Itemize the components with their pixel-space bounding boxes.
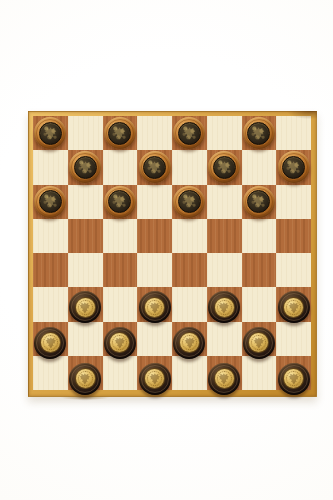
square-r3c2[interactable] (103, 219, 138, 253)
dark-piece[interactable]: ⛂ (104, 117, 136, 149)
light-piece[interactable]: ⛀ (208, 291, 240, 323)
double-eagle-emblem (78, 301, 92, 315)
square-r7c6[interactable] (242, 356, 277, 390)
gold-medallion (75, 297, 96, 318)
double-eagle-emblem (287, 372, 301, 386)
light-piece[interactable]: ⛀ (104, 327, 136, 359)
light-piece[interactable]: ⛀ (278, 363, 310, 395)
board-grid: ⛂⛂⛂⛂⛂⛂⛂⛂⛂⛂⛂⛂⛀⛀⛀⛀⛀⛀⛀⛀⛀⛀⛀⛀ (33, 116, 311, 390)
dark-piece[interactable]: ⛂ (208, 151, 240, 183)
light-piece[interactable]: ⛀ (34, 327, 66, 359)
square-r3c4[interactable] (172, 219, 207, 253)
square-r1c6[interactable] (242, 150, 277, 184)
square-r3c5-n15[interactable] (207, 219, 242, 253)
square-r7c4[interactable] (172, 356, 207, 390)
square-r7c0[interactable] (33, 356, 68, 390)
square-r6c3[interactable] (137, 322, 172, 356)
hinge-shadow (61, 395, 109, 400)
dark-bronze-medallion (178, 122, 201, 145)
double-eagle-emblem (182, 126, 197, 141)
dark-bronze-medallion (178, 190, 201, 213)
square-r0c2-n2[interactable]: ⛂ (103, 116, 138, 150)
double-eagle-emblem (217, 160, 232, 175)
square-r6c4-n27[interactable]: ⛀ (172, 322, 207, 356)
square-r7c5-n31[interactable]: ⛀ (207, 356, 242, 390)
square-r1c7-n8[interactable]: ⛂ (276, 150, 311, 184)
gold-medallion (144, 297, 165, 318)
square-r3c6[interactable] (242, 219, 277, 253)
square-r4c5[interactable] (207, 253, 242, 287)
square-r4c6-n20[interactable] (242, 253, 277, 287)
double-eagle-emblem (217, 372, 231, 386)
double-eagle-emblem (148, 301, 162, 315)
square-r0c0-n1[interactable]: ⛂ (33, 116, 68, 150)
square-r7c1-n29[interactable]: ⛀ (68, 356, 103, 390)
dark-piece[interactable]: ⛂ (34, 117, 66, 149)
light-piece[interactable]: ⛀ (139, 363, 171, 395)
square-r5c3-n22[interactable]: ⛀ (137, 287, 172, 321)
dark-piece[interactable]: ⛂ (34, 186, 66, 218)
square-r2c3[interactable] (137, 185, 172, 219)
square-r0c4-n3[interactable]: ⛂ (172, 116, 207, 150)
light-piece[interactable]: ⛀ (69, 291, 101, 323)
square-r3c1-n13[interactable] (68, 219, 103, 253)
dark-piece[interactable]: ⛂ (243, 117, 275, 149)
square-r7c7-n32[interactable]: ⛀ (276, 356, 311, 390)
double-eagle-emblem (182, 194, 197, 209)
square-r2c1[interactable] (68, 185, 103, 219)
dark-piece[interactable]: ⛂ (139, 151, 171, 183)
double-eagle-emblem (147, 160, 162, 175)
double-eagle-emblem (251, 194, 266, 209)
square-r6c6-n28[interactable]: ⛀ (242, 322, 277, 356)
dark-bronze-medallion (74, 156, 97, 179)
square-r5c2[interactable] (103, 287, 138, 321)
square-r5c5-n23[interactable]: ⛀ (207, 287, 242, 321)
gold-medallion (40, 332, 61, 353)
double-eagle-emblem (286, 160, 301, 175)
square-r1c4[interactable] (172, 150, 207, 184)
square-r1c1-n5[interactable]: ⛂ (68, 150, 103, 184)
square-r4c4-n19[interactable] (172, 253, 207, 287)
dark-bronze-medallion (282, 156, 305, 179)
double-eagle-emblem (44, 336, 58, 350)
square-r3c3-n14[interactable] (137, 219, 172, 253)
light-piece[interactable]: ⛀ (139, 291, 171, 323)
square-r3c0[interactable] (33, 219, 68, 253)
square-r4c3[interactable] (137, 253, 172, 287)
square-r4c1[interactable] (68, 253, 103, 287)
dark-bronze-medallion (108, 122, 131, 145)
dark-bronze-medallion (143, 156, 166, 179)
square-r0c5[interactable] (207, 116, 242, 150)
dark-piece[interactable]: ⛂ (104, 186, 136, 218)
double-eagle-emblem (43, 126, 58, 141)
square-r7c2[interactable] (103, 356, 138, 390)
square-r6c7[interactable] (276, 322, 311, 356)
square-r6c1[interactable] (68, 322, 103, 356)
double-eagle-emblem (78, 160, 93, 175)
square-r1c2[interactable] (103, 150, 138, 184)
double-eagle-emblem (287, 301, 301, 315)
gold-medallion (144, 368, 165, 389)
dark-piece[interactable]: ⛂ (243, 186, 275, 218)
square-r0c6-n4[interactable]: ⛂ (242, 116, 277, 150)
dark-piece[interactable]: ⛂ (173, 186, 205, 218)
light-piece[interactable]: ⛀ (69, 363, 101, 395)
square-r0c1[interactable] (68, 116, 103, 150)
square-r5c6[interactable] (242, 287, 277, 321)
double-eagle-emblem (252, 336, 266, 350)
square-r5c1-n21[interactable]: ⛀ (68, 287, 103, 321)
square-r5c7-n24[interactable]: ⛀ (276, 287, 311, 321)
dark-piece[interactable]: ⛂ (69, 151, 101, 183)
double-eagle-emblem (112, 194, 127, 209)
double-eagle-emblem (251, 126, 266, 141)
square-r2c5[interactable] (207, 185, 242, 219)
gold-medallion (248, 332, 269, 353)
product-photo-scene: ⛂⛂⛂⛂⛂⛂⛂⛂⛂⛂⛂⛂⛀⛀⛀⛀⛀⛀⛀⛀⛀⛀⛀⛀ (0, 0, 333, 500)
double-eagle-emblem (113, 336, 127, 350)
square-r4c2-n18[interactable] (103, 253, 138, 287)
double-eagle-emblem (78, 372, 92, 386)
double-eagle-emblem (112, 126, 127, 141)
square-r4c7[interactable] (276, 253, 311, 287)
square-r6c0-n25[interactable]: ⛀ (33, 322, 68, 356)
dark-bronze-medallion (39, 190, 62, 213)
checkers-board: ⛂⛂⛂⛂⛂⛂⛂⛂⛂⛂⛂⛂⛀⛀⛀⛀⛀⛀⛀⛀⛀⛀⛀⛀ (28, 111, 317, 397)
square-r7c3-n30[interactable]: ⛀ (137, 356, 172, 390)
light-piece[interactable]: ⛀ (173, 327, 205, 359)
gold-medallion (109, 332, 130, 353)
square-r1c0[interactable] (33, 150, 68, 184)
square-r2c0-n9[interactable]: ⛂ (33, 185, 68, 219)
dark-piece[interactable]: ⛂ (278, 151, 310, 183)
dark-bronze-medallion (108, 190, 131, 213)
dark-piece[interactable]: ⛂ (173, 117, 205, 149)
gold-medallion (214, 368, 235, 389)
light-piece[interactable]: ⛀ (243, 327, 275, 359)
square-r2c7[interactable] (276, 185, 311, 219)
gold-medallion (283, 297, 304, 318)
square-r0c7[interactable] (276, 116, 311, 150)
square-r2c4-n11[interactable]: ⛂ (172, 185, 207, 219)
double-eagle-emblem (183, 336, 197, 350)
dark-bronze-medallion (247, 190, 270, 213)
square-r2c6-n12[interactable]: ⛂ (242, 185, 277, 219)
double-eagle-emblem (148, 372, 162, 386)
dark-bronze-medallion (213, 156, 236, 179)
dark-bronze-medallion (39, 122, 62, 145)
square-r6c5[interactable] (207, 322, 242, 356)
light-piece[interactable]: ⛀ (208, 363, 240, 395)
square-r4c0-n17[interactable] (33, 253, 68, 287)
gold-medallion (179, 332, 200, 353)
double-eagle-emblem (43, 194, 58, 209)
square-r1c5-n7[interactable]: ⛂ (207, 150, 242, 184)
square-r5c0[interactable] (33, 287, 68, 321)
square-r1c3-n6[interactable]: ⛂ (137, 150, 172, 184)
dark-bronze-medallion (247, 122, 270, 145)
gold-medallion (75, 368, 96, 389)
light-piece[interactable]: ⛀ (278, 291, 310, 323)
square-r5c4[interactable] (172, 287, 207, 321)
gold-medallion (283, 368, 304, 389)
square-r3c7-n16[interactable] (276, 219, 311, 253)
double-eagle-emblem (217, 301, 231, 315)
square-r2c2-n10[interactable]: ⛂ (103, 185, 138, 219)
square-r0c3[interactable] (137, 116, 172, 150)
gold-medallion (214, 297, 235, 318)
square-r6c2-n26[interactable]: ⛀ (103, 322, 138, 356)
